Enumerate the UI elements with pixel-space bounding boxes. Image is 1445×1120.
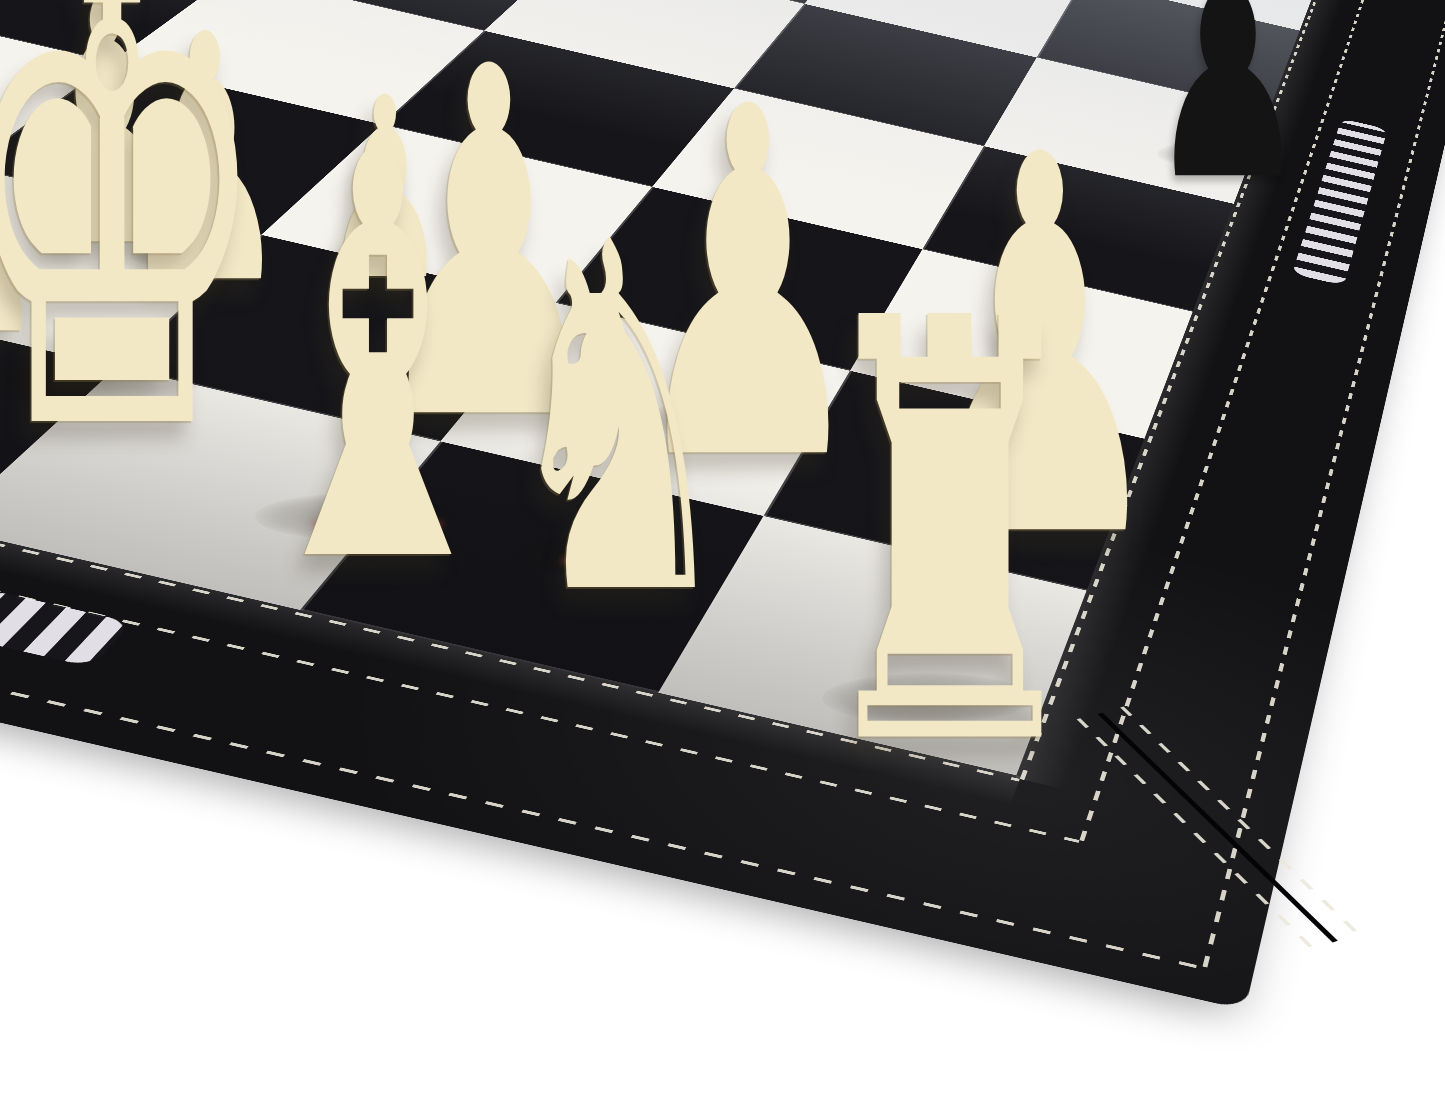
pieces-layer: ♟♟♟♟♟♟♚♟♟♝♞♜	[0, 0, 1445, 1120]
product-photo: ♟♟♟♟♟♟♚♟♟♝♞♜	[0, 0, 1445, 1120]
piece-white-bishop-d1: ♝	[237, 80, 518, 640]
piece-black-pawn-h6: ♟	[1148, 0, 1309, 224]
piece-white-king-b1: ♚	[0, 0, 273, 520]
piece-white-knight-f1: ♞	[498, 181, 739, 661]
piece-white-rook-h1: ♜	[804, 246, 1095, 826]
